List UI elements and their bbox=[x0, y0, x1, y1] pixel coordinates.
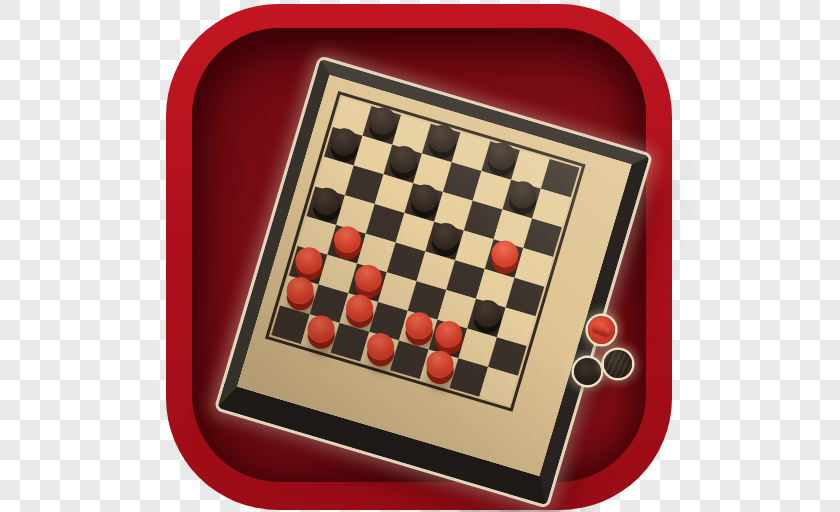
black-checker bbox=[425, 121, 459, 155]
tray-piece-red bbox=[588, 316, 615, 344]
tray-piece-black-ridged bbox=[604, 350, 632, 378]
black-checker bbox=[484, 139, 518, 173]
red-piece-knob bbox=[592, 324, 611, 337]
transparency-background: { "app": { "name": "Checkers app icon", … bbox=[0, 0, 840, 512]
tray-piece-black bbox=[574, 358, 601, 385]
board-grid-frame bbox=[265, 91, 586, 412]
board-grid bbox=[271, 97, 579, 405]
black-checker bbox=[366, 104, 400, 138]
